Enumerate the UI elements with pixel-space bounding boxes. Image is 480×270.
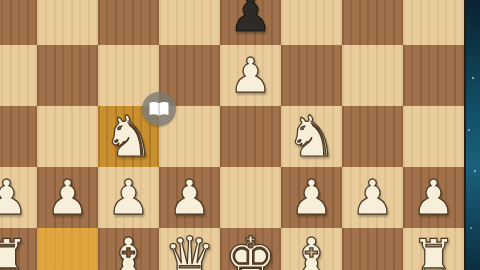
square-g4[interactable] [342,45,403,106]
square-a4[interactable] [0,45,37,106]
white-pawn-g2[interactable]: ♟ [351,167,394,228]
square-d1[interactable]: ♛ [159,228,220,270]
square-f2[interactable]: ♟ [281,167,342,228]
square-f5[interactable] [281,0,342,45]
square-e2[interactable] [220,167,281,228]
white-pawn-b2[interactable]: ♟ [46,167,89,228]
black-pawn-e5[interactable]: ♟ [229,0,272,45]
white-bishop-c1[interactable]: ♝ [104,228,153,270]
square-c2[interactable]: ♟ [98,167,159,228]
square-b1[interactable] [37,228,98,270]
square-b4[interactable] [37,45,98,106]
white-rook-a1[interactable]: ♜ [0,228,29,270]
screen: ♟♟♞♞♟♟♟♟♟♟♟♜♝♛♚♝♜ [0,0,480,270]
board-edge [464,0,466,270]
square-f1[interactable]: ♝ [281,228,342,270]
square-e4[interactable]: ♟ [220,45,281,106]
square-d2[interactable]: ♟ [159,167,220,228]
chess-board: ♟♟♞♞♟♟♟♟♟♟♟♜♝♛♚♝♜ [0,0,464,270]
white-pawn-c2[interactable]: ♟ [107,167,150,228]
square-a5[interactable] [0,0,37,45]
square-c1[interactable]: ♝ [98,228,159,270]
square-c5[interactable] [98,0,159,45]
square-e3[interactable] [220,106,281,167]
square-e5[interactable]: ♟ [220,0,281,45]
white-knight-f3[interactable]: ♞ [286,106,337,167]
white-pawn-h2[interactable]: ♟ [412,167,455,228]
square-f4[interactable] [281,45,342,106]
square-g2[interactable]: ♟ [342,167,403,228]
square-g1[interactable] [342,228,403,270]
square-a1[interactable]: ♜ [0,228,37,270]
white-pawn-f2[interactable]: ♟ [290,167,333,228]
book-move-icon [148,101,170,118]
square-b3[interactable] [37,106,98,167]
book-move-badge [142,92,176,126]
square-h3[interactable] [403,106,464,167]
white-pawn-a2[interactable]: ♟ [0,167,28,228]
white-pawn-e4[interactable]: ♟ [229,45,272,106]
square-b2[interactable]: ♟ [37,167,98,228]
white-queen-d1[interactable]: ♛ [164,228,216,270]
white-king-e1[interactable]: ♚ [225,228,277,270]
square-b5[interactable] [37,0,98,45]
white-pawn-d2[interactable]: ♟ [168,167,211,228]
square-d5[interactable] [159,0,220,45]
square-a2[interactable]: ♟ [0,167,37,228]
square-f3[interactable]: ♞ [281,106,342,167]
square-g5[interactable] [342,0,403,45]
square-h5[interactable] [403,0,464,45]
square-h2[interactable]: ♟ [403,167,464,228]
white-bishop-f1[interactable]: ♝ [287,228,336,270]
white-rook-h1[interactable]: ♜ [411,228,456,270]
square-h1[interactable]: ♜ [403,228,464,270]
square-a3[interactable] [0,106,37,167]
square-g3[interactable] [342,106,403,167]
square-e1[interactable]: ♚ [220,228,281,270]
square-h4[interactable] [403,45,464,106]
